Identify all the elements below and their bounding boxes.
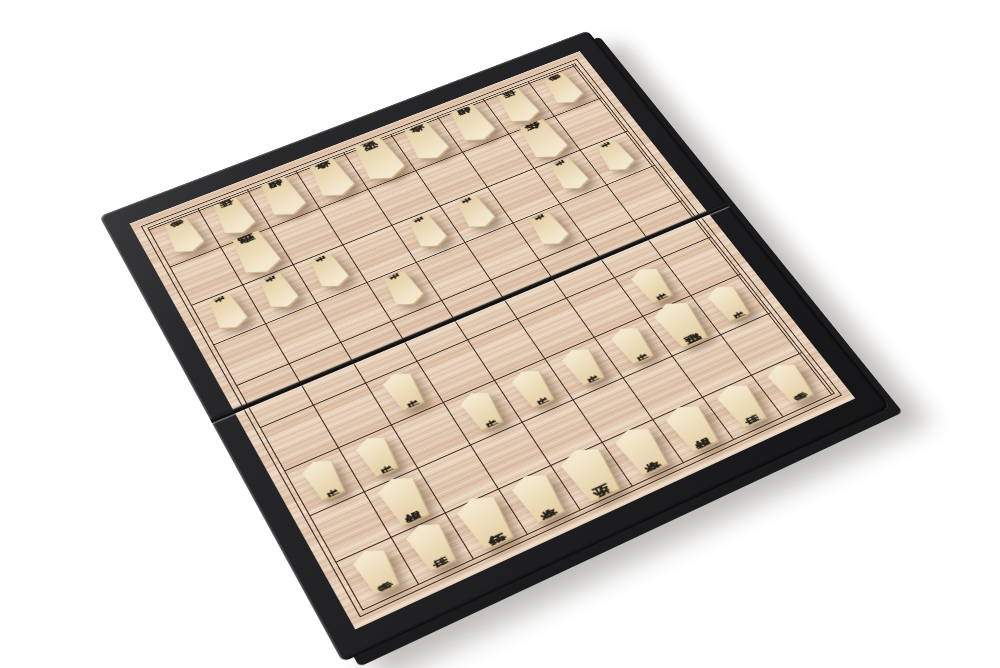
piece-face: 桂馬 [398,516,464,575]
piece-knight-8九[interactable]: 桂馬 [398,516,464,575]
piece-face: 歩兵 [555,343,611,389]
piece-face: 銀将 [253,174,313,222]
piece-kanji: 金将 [531,495,547,502]
product-photo-background: 香車桂馬銀将金将玉将金将銀将桂馬香車角行飛車歩兵歩兵歩兵歩兵歩兵歩兵歩兵歩兵歩兵… [0,0,1000,668]
piece-kanji: 飛車 [247,249,263,255]
piece-kanji: 歩兵 [646,283,659,288]
piece-pawn-5三[interactable]: 歩兵 [401,211,453,252]
piece-kanji: 金将 [418,138,432,143]
piece-kanji: 歩兵 [271,287,285,292]
board-wood-surface: 香車桂馬銀将金将玉将金将銀将桂馬香車角行飛車歩兵歩兵歩兵歩兵歩兵歩兵歩兵歩兵歩兵… [130,51,856,629]
piece-pawn-6七[interactable]: 歩兵 [454,386,510,434]
piece-pawn-3四[interactable]: 歩兵 [522,209,574,250]
piece-kanji: 歩兵 [317,477,331,483]
shogi-grid-9x9[interactable]: 香車桂馬銀将金将玉将金将銀将桂馬香車角行飛車歩兵歩兵歩兵歩兵歩兵歩兵歩兵歩兵歩兵… [147,63,835,611]
shogi-board-scene: 香車桂馬銀将金将玉将金将銀将桂馬香車角行飛車歩兵歩兵歩兵歩兵歩兵歩兵歩兵歩兵歩兵… [99,31,890,663]
piece-silver-7一[interactable]: 銀将 [253,174,313,222]
piece-kanji: 歩兵 [577,364,590,370]
piece-kanji: 角行 [535,135,549,141]
piece-pawn-5七[interactable]: 歩兵 [505,364,561,411]
piece-face: 歩兵 [701,280,756,324]
piece-face: 歩兵 [624,263,678,306]
piece-pawn-1三[interactable]: 歩兵 [589,137,640,176]
piece-face: 香車 [157,215,210,259]
piece-pawn-2三[interactable]: 歩兵 [543,155,594,195]
piece-face: 飛車 [645,295,716,351]
piece-pawn-2六[interactable]: 歩兵 [624,263,678,306]
piece-kanji: 歩兵 [527,386,541,392]
piece-kanji: 歩兵 [562,170,574,175]
board-outer-line: 香車桂馬銀将金将玉将金将銀将桂馬香車角行飛車歩兵歩兵歩兵歩兵歩兵歩兵歩兵歩兵歩兵… [141,59,842,618]
piece-pawn-1七[interactable]: 歩兵 [701,280,756,324]
piece-kanji: 歩兵 [321,267,334,272]
piece-face: 歩兵 [604,322,659,367]
piece-kanji: 歩兵 [397,389,411,395]
piece-face: 歩兵 [295,454,351,504]
piece-kanji: 歩兵 [627,343,640,349]
piece-pawn-8三[interactable]: 歩兵 [253,270,305,313]
piece-knight-2九[interactable]: 桂馬 [709,378,774,431]
piece-kanji: 歩兵 [395,285,408,290]
piece-pawn-8七[interactable]: 歩兵 [349,431,405,480]
piece-kanji: 銀将 [275,193,290,199]
piece-pawn-6四[interactable]: 歩兵 [377,267,430,310]
piece-face: 歩兵 [522,209,574,250]
piece-face: 歩兵 [377,267,430,310]
piece-kanji: 歩兵 [723,301,736,307]
piece-face: 香車 [537,70,589,109]
piece-kanji: 歩兵 [468,208,481,213]
piece-kanji: 歩兵 [420,227,433,232]
piece-kanji: 桂馬 [424,544,440,551]
piece-face: 歩兵 [349,431,405,480]
piece-face: 歩兵 [253,270,305,313]
piece-kanji: 歩兵 [476,408,490,414]
piece-kanji: 香車 [556,85,568,90]
piece-face: 歩兵 [401,211,453,252]
piece-silver-3一[interactable]: 銀将 [443,102,503,147]
piece-face: 歩兵 [376,367,431,414]
piece-kanji: 飛車 [674,321,689,328]
piece-pawn-7三[interactable]: 歩兵 [303,250,355,293]
piece-face: 歩兵 [201,290,253,334]
piece-face: 歩兵 [543,155,594,195]
piece-kanji: 金将 [323,174,338,180]
piece-lance-1九[interactable]: 香車 [760,358,820,407]
piece-kanji: 桂馬 [736,403,750,409]
piece-kanji: 銀将 [464,120,478,125]
piece-face: 歩兵 [505,364,561,411]
piece-kanji: 銀将 [685,425,700,432]
piece-face: 桂馬 [709,378,774,431]
piece-kanji: 桂馬 [511,102,524,107]
piece-kanji: 香車 [785,381,798,387]
piece-pawn-3七[interactable]: 歩兵 [604,322,659,367]
board-frame: 香車桂馬銀将金将玉将金将銀将桂馬香車角行飛車歩兵歩兵歩兵歩兵歩兵歩兵歩兵歩兵歩兵… [99,31,890,663]
piece-face: 歩兵 [454,386,510,434]
piece-kanji: 歩兵 [541,225,554,230]
pieces-layer: 香車桂馬銀将金将玉将金将銀将桂馬香車角行飛車歩兵歩兵歩兵歩兵歩兵歩兵歩兵歩兵歩兵… [149,64,834,609]
piece-kanji: 玉将 [370,156,385,162]
piece-pawn-4七[interactable]: 歩兵 [555,343,611,389]
piece-pawn-9三[interactable]: 歩兵 [201,290,253,334]
piece-face: 香車 [345,542,406,598]
piece-face: 歩兵 [450,192,502,233]
piece-lance-9九[interactable]: 香車 [345,542,406,598]
piece-pawn-4三[interactable]: 歩兵 [450,192,502,233]
piece-face: 香車 [760,358,820,407]
piece-lance-9一[interactable]: 香車 [157,215,210,259]
piece-kanji: 桂馬 [226,212,240,217]
piece-kanji: 銀将 [396,498,412,505]
piece-rook-2七[interactable]: 飛車 [645,295,716,351]
piece-pawn-7六[interactable]: 歩兵 [376,367,431,414]
piece-face: 銀将 [443,102,503,147]
piece-kanji: 歩兵 [371,454,385,460]
piece-kanji: 歩兵 [608,152,620,157]
piece-kanji: 金将 [635,448,650,455]
piece-lance-1一[interactable]: 香車 [537,70,589,109]
piece-kanji: 香車 [369,569,384,576]
piece-face: 歩兵 [589,137,640,176]
piece-kanji: 香車 [176,232,190,237]
piece-kanji: 王将 [583,471,600,479]
piece-kanji: 角行 [478,519,495,527]
piece-pawn-9七[interactable]: 歩兵 [295,454,351,504]
piece-face: 歩兵 [303,250,355,293]
piece-kanji: 歩兵 [220,308,234,314]
